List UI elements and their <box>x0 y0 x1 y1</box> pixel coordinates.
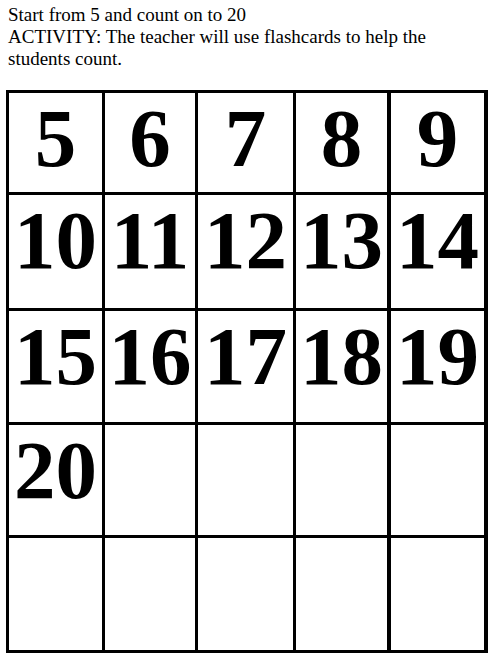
grid-cell-empty <box>391 538 484 650</box>
grid-cell-empty <box>296 425 391 538</box>
grid-cell-20: 20 <box>9 425 105 538</box>
grid-cell-empty <box>198 538 296 650</box>
grid-cell-18: 18 <box>296 311 391 425</box>
instruction-line: Start from 5 and count on to 20 <box>8 4 460 26</box>
grid-cell-17: 17 <box>198 311 296 425</box>
grid-cell-5: 5 <box>9 93 105 195</box>
grid-cell-6: 6 <box>105 93 198 195</box>
grid-cell-empty <box>105 538 198 650</box>
grid-cell-empty <box>391 425 484 538</box>
grid-cell-12: 12 <box>198 195 296 311</box>
worksheet-header: Start from 5 and count on to 20 ACTIVITY… <box>8 4 460 70</box>
number-grid: 567891011121314151617181920 <box>6 90 488 653</box>
grid-cell-8: 8 <box>296 93 391 195</box>
grid-cell-9: 9 <box>391 93 484 195</box>
grid-cell-15: 15 <box>9 311 105 425</box>
grid-cell-empty <box>9 538 105 650</box>
grid-cell-empty <box>105 425 198 538</box>
grid-cell-16: 16 <box>105 311 198 425</box>
grid-cell-empty <box>198 425 296 538</box>
grid-cell-10: 10 <box>9 195 105 311</box>
grid-cell-7: 7 <box>198 93 296 195</box>
activity-line: ACTIVITY: The teacher will use flashcard… <box>8 26 460 70</box>
grid-cell-11: 11 <box>105 195 198 311</box>
grid-cell-19: 19 <box>391 311 484 425</box>
worksheet-page: Start from 5 and count on to 20 ACTIVITY… <box>0 0 488 655</box>
grid-cell-14: 14 <box>391 195 484 311</box>
grid-cell-empty <box>296 538 391 650</box>
grid-cell-13: 13 <box>296 195 391 311</box>
